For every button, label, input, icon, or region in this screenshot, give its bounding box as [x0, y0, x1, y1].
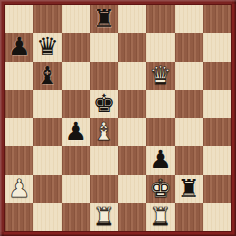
square-b2[interactable] — [33, 175, 61, 203]
square-f3[interactable]: ♟ — [146, 146, 174, 174]
square-d2[interactable] — [90, 175, 118, 203]
square-e3[interactable] — [118, 146, 146, 174]
square-c7[interactable] — [62, 33, 90, 61]
square-h3[interactable] — [203, 146, 231, 174]
square-e6[interactable] — [118, 62, 146, 90]
square-g6[interactable] — [175, 62, 203, 90]
white-queen-f6[interactable]: ♛ — [149, 62, 171, 90]
black-king-d5[interactable]: ♚ — [93, 90, 115, 118]
square-f6[interactable]: ♛ — [146, 62, 174, 90]
square-a6[interactable] — [5, 62, 33, 90]
square-a3[interactable] — [5, 146, 33, 174]
square-c8[interactable] — [62, 5, 90, 33]
square-e4[interactable] — [118, 118, 146, 146]
square-d6[interactable] — [90, 62, 118, 90]
square-d5[interactable]: ♚ — [90, 90, 118, 118]
white-rook-d1[interactable]: ♜ — [93, 203, 115, 231]
square-d3[interactable] — [90, 146, 118, 174]
square-a8[interactable] — [5, 5, 33, 33]
square-f8[interactable] — [146, 5, 174, 33]
square-e2[interactable] — [118, 175, 146, 203]
square-g7[interactable] — [175, 33, 203, 61]
square-d1[interactable]: ♜ — [90, 203, 118, 231]
square-h5[interactable] — [203, 90, 231, 118]
square-g8[interactable] — [175, 5, 203, 33]
square-c2[interactable] — [62, 175, 90, 203]
square-c5[interactable] — [62, 90, 90, 118]
white-pawn-a2[interactable]: ♟ — [8, 175, 30, 203]
square-f4[interactable] — [146, 118, 174, 146]
square-c3[interactable] — [62, 146, 90, 174]
square-a1[interactable] — [5, 203, 33, 231]
square-c4[interactable]: ♟ — [62, 118, 90, 146]
chess-board: ♜♟♛♝♛♚♟♝♟♟♚♜♜♜ — [5, 5, 231, 231]
square-e5[interactable] — [118, 90, 146, 118]
square-h4[interactable] — [203, 118, 231, 146]
square-c6[interactable] — [62, 62, 90, 90]
square-b1[interactable] — [33, 203, 61, 231]
square-g5[interactable] — [175, 90, 203, 118]
white-king-f2[interactable]: ♚ — [149, 175, 171, 203]
board-frame: ♜♟♛♝♛♚♟♝♟♟♚♜♜♜ — [0, 0, 236, 236]
square-g3[interactable] — [175, 146, 203, 174]
black-bishop-b6[interactable]: ♝ — [36, 62, 58, 90]
white-bishop-d4[interactable]: ♝ — [93, 118, 115, 146]
square-h8[interactable] — [203, 5, 231, 33]
square-f1[interactable]: ♜ — [146, 203, 174, 231]
square-c1[interactable] — [62, 203, 90, 231]
black-pawn-a7[interactable]: ♟ — [8, 33, 30, 61]
black-rook-d8[interactable]: ♜ — [93, 5, 115, 33]
square-e7[interactable] — [118, 33, 146, 61]
square-b7[interactable]: ♛ — [33, 33, 61, 61]
black-pawn-f3[interactable]: ♟ — [149, 146, 171, 174]
square-d8[interactable]: ♜ — [90, 5, 118, 33]
square-b3[interactable] — [33, 146, 61, 174]
square-h1[interactable] — [203, 203, 231, 231]
square-d7[interactable] — [90, 33, 118, 61]
square-b5[interactable] — [33, 90, 61, 118]
square-b8[interactable] — [33, 5, 61, 33]
square-f2[interactable]: ♚ — [146, 175, 174, 203]
square-a7[interactable]: ♟ — [5, 33, 33, 61]
square-a2[interactable]: ♟ — [5, 175, 33, 203]
square-e1[interactable] — [118, 203, 146, 231]
square-a5[interactable] — [5, 90, 33, 118]
square-h2[interactable] — [203, 175, 231, 203]
white-rook-f1[interactable]: ♜ — [149, 203, 171, 231]
square-e8[interactable] — [118, 5, 146, 33]
square-b6[interactable]: ♝ — [33, 62, 61, 90]
square-f5[interactable] — [146, 90, 174, 118]
square-a4[interactable] — [5, 118, 33, 146]
black-pawn-c4[interactable]: ♟ — [64, 118, 86, 146]
square-g4[interactable] — [175, 118, 203, 146]
black-queen-b7[interactable]: ♛ — [36, 33, 58, 61]
square-h6[interactable] — [203, 62, 231, 90]
square-g1[interactable] — [175, 203, 203, 231]
square-d4[interactable]: ♝ — [90, 118, 118, 146]
black-rook-g2[interactable]: ♜ — [177, 175, 199, 203]
square-b4[interactable] — [33, 118, 61, 146]
square-h7[interactable] — [203, 33, 231, 61]
square-f7[interactable] — [146, 33, 174, 61]
square-g2[interactable]: ♜ — [175, 175, 203, 203]
